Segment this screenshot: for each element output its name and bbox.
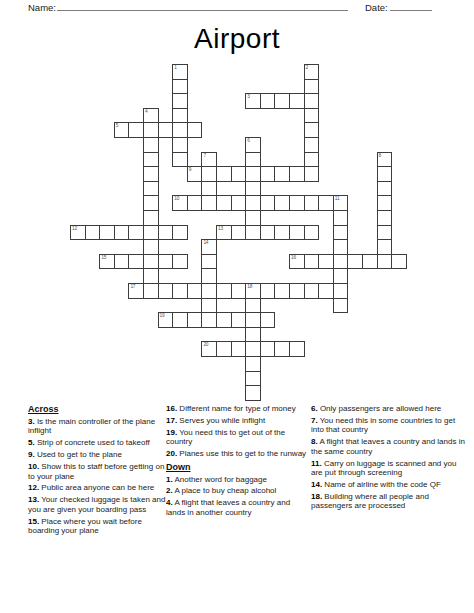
clue-across-10: 10. Show this to staff before getting on… — [28, 462, 166, 481]
grid-cell-r5c7[interactable] — [172, 137, 188, 153]
grid-cell-r16c9[interactable] — [201, 298, 217, 314]
grid-cell-r7c11[interactable] — [231, 166, 247, 182]
clue-number-14: 14 — [203, 240, 208, 245]
grid-cell-r4c6[interactable] — [158, 122, 174, 138]
grid-cell-r17c12[interactable] — [245, 312, 261, 328]
clue-down-6: 6. Only passengers are allowed here — [311, 404, 466, 413]
clues-column-3: 6. Only passengers are allowed here7. Yo… — [311, 404, 466, 513]
clue-down-14-number: 14. — [311, 480, 322, 489]
grid-cell-r8c5[interactable] — [143, 181, 159, 197]
clue-down-8: 8. A flight that leaves a country and la… — [311, 437, 466, 456]
clue-down-4-number: 4. — [166, 498, 173, 507]
grid-cell-r7c12[interactable] — [245, 166, 261, 182]
grid-cell-r14c5[interactable] — [143, 268, 159, 284]
clue-down-1-number: 1. — [166, 475, 173, 484]
grid-cell-r7c13[interactable] — [260, 166, 276, 182]
grid-cell-r19c9[interactable]: 20 — [201, 341, 217, 357]
grid-cell-r8c9[interactable] — [201, 181, 217, 197]
name-input-line[interactable] — [57, 1, 348, 11]
grid-cell-r11c16[interactable] — [304, 225, 320, 241]
grid-cell-r10c12[interactable] — [245, 210, 261, 226]
grid-cell-r11c7[interactable] — [172, 225, 188, 241]
clue-down-6-number: 6. — [311, 404, 318, 413]
grid-cell-r15c4[interactable]: 17 — [128, 283, 144, 299]
grid-cell-r11c14[interactable] — [274, 225, 290, 241]
clue-down-14: 14. Name of airline with the code QF — [311, 480, 466, 489]
grid-cell-r13c21[interactable] — [377, 254, 393, 270]
grid-cell-r7c5[interactable] — [143, 166, 159, 182]
grid-cell-r15c6[interactable] — [158, 283, 174, 299]
grid-cell-r9c9[interactable] — [201, 195, 217, 211]
grid-cell-r9c21[interactable] — [377, 195, 393, 211]
grid-cell-r16c18[interactable] — [333, 298, 349, 314]
grid-cell-r7c8[interactable]: 9 — [187, 166, 203, 182]
grid-cell-r7c16[interactable] — [304, 166, 320, 182]
grid-cell-r6c7[interactable] — [172, 152, 188, 168]
grid-cell-r13c6[interactable] — [158, 254, 174, 270]
clue-down-7-number: 7. — [311, 416, 318, 425]
clue-across-20-number: 20. — [166, 449, 177, 458]
grid-cell-r11c11[interactable] — [231, 225, 247, 241]
clue-number-16: 16 — [291, 255, 296, 260]
clue-number-12: 12 — [72, 226, 77, 231]
grid-cell-r11c6[interactable] — [158, 225, 174, 241]
clue-across-3: 3. Is the main controller of the plane i… — [28, 417, 166, 436]
grid-cell-r16c12[interactable] — [245, 298, 261, 314]
clue-across-15: 15. Place where you wait before boarding… — [28, 517, 166, 536]
date-label: Date: — [365, 2, 388, 13]
clue-number-18: 18 — [247, 284, 252, 289]
grid-cell-r12c9[interactable]: 14 — [201, 239, 217, 255]
clue-down-8-number: 8. — [311, 437, 318, 446]
grid-cell-r13c4[interactable] — [128, 254, 144, 270]
clue-down-2: 2. A place to buy cheap alcohol — [166, 486, 309, 495]
clue-across-5: 5. Strip of concrete used to takeoff — [28, 438, 166, 447]
clue-across-12: 12. Public area anyone can be here — [28, 483, 166, 492]
grid-cell-r3c7[interactable] — [172, 108, 188, 124]
grid-cell-r19c11[interactable] — [231, 341, 247, 357]
puzzle-title: Airport — [0, 25, 474, 53]
grid-cell-r19c14[interactable] — [274, 341, 290, 357]
grid-cell-r13c3[interactable] — [114, 254, 130, 270]
grid-cell-r19c13[interactable] — [260, 341, 276, 357]
grid-cell-r15c7[interactable] — [172, 283, 188, 299]
grid-cell-r17c10[interactable] — [216, 312, 232, 328]
grid-cell-r1c16[interactable] — [304, 79, 320, 95]
crossword-worksheet: Name: Date: Airport 12345678910111213141… — [0, 0, 474, 613]
grid-cell-r7c14[interactable] — [274, 166, 290, 182]
clue-number-20: 20 — [203, 342, 208, 347]
grid-cell-r6c12[interactable] — [245, 152, 261, 168]
grid-cell-r13c17[interactable] — [318, 254, 334, 270]
clue-number-19: 19 — [160, 313, 165, 318]
clue-across-3-number: 3. — [28, 417, 35, 426]
grid-cell-r2c12[interactable]: 3 — [245, 93, 261, 109]
grid-cell-r6c16[interactable] — [304, 152, 320, 168]
grid-cell-r4c7[interactable] — [172, 122, 188, 138]
grid-cell-r15c17[interactable] — [318, 283, 334, 299]
grid-cell-r2c13[interactable] — [260, 93, 276, 109]
grid-cell-r13c16[interactable] — [304, 254, 320, 270]
grid-cell-r7c10[interactable] — [216, 166, 232, 182]
clue-across-19: 19. You need this to get out of the coun… — [166, 428, 309, 447]
grid-cell-r15c5[interactable] — [143, 283, 159, 299]
grid-cell-r9c7[interactable]: 10 — [172, 195, 188, 211]
grid-cell-r5c5[interactable] — [143, 137, 159, 153]
grid-cell-r5c12[interactable]: 6 — [245, 137, 261, 153]
grid-cell-r14c9[interactable] — [201, 268, 217, 284]
date-input-line[interactable] — [390, 1, 432, 11]
clue-number-5: 5 — [116, 123, 118, 128]
grid-cell-r15c11[interactable] — [231, 283, 247, 299]
crossword-grid: 1234567891011121314151617181920 — [70, 64, 407, 401]
grid-cell-r13c5[interactable] — [143, 254, 159, 270]
grid-cell-r15c18[interactable] — [333, 283, 349, 299]
grid-cell-r9c13[interactable] — [260, 195, 276, 211]
clue-number-1: 1 — [174, 65, 176, 70]
grid-cell-r7c9[interactable] — [201, 166, 217, 182]
grid-cell-r6c9[interactable]: 7 — [201, 152, 217, 168]
grid-cell-r9c12[interactable] — [245, 195, 261, 211]
grid-cell-r14c18[interactable] — [333, 268, 349, 284]
clue-across-9: 9. Used to get to the plane — [28, 450, 166, 459]
grid-cell-r2c15[interactable] — [289, 93, 305, 109]
grid-cell-r15c15[interactable] — [289, 283, 305, 299]
grid-cell-r2c7[interactable] — [172, 93, 188, 109]
grid-cell-r6c5[interactable] — [143, 152, 159, 168]
grid-cell-r4c8[interactable] — [187, 122, 203, 138]
grid-cell-r11c10[interactable]: 13 — [216, 225, 232, 241]
grid-cell-r11c5[interactable] — [143, 225, 159, 241]
grid-cell-r15c10[interactable] — [216, 283, 232, 299]
clue-number-13: 13 — [218, 226, 223, 231]
grid-cell-r11c4[interactable] — [128, 225, 144, 241]
grid-cell-r9c18[interactable]: 11 — [333, 195, 349, 211]
grid-cell-r11c3[interactable] — [114, 225, 130, 241]
clue-across-13: 13. Your checked luggage is taken and yo… — [28, 495, 166, 514]
down-header: Down — [166, 462, 309, 472]
clue-across-13-number: 13. — [28, 495, 39, 504]
grid-cell-r17c8[interactable] — [187, 312, 203, 328]
grid-cell-r17c9[interactable] — [201, 312, 217, 328]
grid-cell-r12c21[interactable] — [377, 239, 393, 255]
clue-number-17: 17 — [130, 284, 135, 289]
grid-cell-r9c11[interactable] — [231, 195, 247, 211]
grid-cell-r21c12[interactable] — [245, 371, 261, 387]
grid-cell-r3c5[interactable]: 4 — [143, 108, 159, 124]
grid-cell-r13c19[interactable] — [347, 254, 363, 270]
grid-cell-r10c21[interactable] — [377, 210, 393, 226]
grid-cell-r13c20[interactable] — [362, 254, 378, 270]
grid-cell-r11c0[interactable]: 12 — [70, 225, 86, 241]
grid-cell-r11c18[interactable] — [333, 225, 349, 241]
grid-cell-r22c12[interactable] — [245, 385, 261, 401]
clue-across-16: 16. Different name for type of money — [166, 404, 309, 413]
clue-number-3: 3 — [247, 94, 249, 99]
grid-cell-r11c15[interactable] — [289, 225, 305, 241]
grid-cell-r4c3[interactable]: 5 — [114, 122, 130, 138]
grid-cell-r19c10[interactable] — [216, 341, 232, 357]
clues-column-1: Across3. Is the main controller of the p… — [28, 404, 166, 538]
grid-cell-r2c16[interactable] — [304, 93, 320, 109]
grid-cell-r19c15[interactable] — [289, 341, 305, 357]
clue-across-16-number: 16. — [166, 404, 177, 413]
grid-cell-r12c18[interactable] — [333, 239, 349, 255]
grid-cell-r4c4[interactable] — [128, 122, 144, 138]
clue-number-2: 2 — [306, 65, 308, 70]
grid-cell-r13c18[interactable] — [333, 254, 349, 270]
clues-column-2: 16. Different name for type of money17. … — [166, 404, 309, 520]
clue-number-15: 15 — [101, 255, 106, 260]
grid-cell-r15c16[interactable] — [304, 283, 320, 299]
grid-cell-r11c12[interactable] — [245, 225, 261, 241]
grid-cell-r17c7[interactable] — [172, 312, 188, 328]
clue-number-8: 8 — [379, 153, 381, 158]
grid-cell-r17c6[interactable]: 19 — [158, 312, 174, 328]
grid-cell-r11c1[interactable] — [85, 225, 101, 241]
clue-down-11: 11. Carry on luggage is scanned and you … — [311, 459, 466, 478]
grid-cell-r18c12[interactable] — [245, 327, 261, 343]
clue-number-7: 7 — [203, 153, 205, 158]
clue-down-18: 18. Building where all people and passen… — [311, 492, 466, 511]
grid-cell-r15c9[interactable] — [201, 283, 217, 299]
grid-cell-r11c13[interactable] — [260, 225, 276, 241]
grid-cell-r11c2[interactable] — [99, 225, 115, 241]
grid-cell-r9c15[interactable] — [289, 195, 305, 211]
name-label: Name: — [28, 2, 56, 13]
grid-cell-r9c17[interactable] — [318, 195, 334, 211]
grid-cell-r11c21[interactable] — [377, 225, 393, 241]
grid-cell-r15c13[interactable] — [260, 283, 276, 299]
grid-cell-r4c5[interactable] — [143, 122, 159, 138]
grid-cell-r17c13[interactable] — [260, 312, 276, 328]
grid-cell-r7c21[interactable] — [377, 166, 393, 182]
grid-cell-r9c5[interactable] — [143, 195, 159, 211]
grid-cell-r9c8[interactable] — [187, 195, 203, 211]
clue-across-12-number: 12. — [28, 483, 39, 492]
grid-cell-r15c12[interactable]: 18 — [245, 283, 261, 299]
clue-across-19-number: 19. — [166, 428, 177, 437]
grid-cell-r15c14[interactable] — [274, 283, 290, 299]
grid-cell-r8c12[interactable] — [245, 181, 261, 197]
grid-cell-r12c5[interactable] — [143, 239, 159, 255]
grid-cell-r10c5[interactable] — [143, 210, 159, 226]
clue-down-2-number: 2. — [166, 486, 173, 495]
clue-across-5-number: 5. — [28, 438, 35, 447]
clue-down-11-number: 11. — [311, 459, 322, 468]
grid-cell-r13c2[interactable]: 15 — [99, 254, 115, 270]
grid-cell-r15c8[interactable] — [187, 283, 203, 299]
grid-cell-r13c22[interactable] — [391, 254, 407, 270]
clue-down-18-number: 18. — [311, 492, 322, 501]
grid-cell-r5c16[interactable] — [304, 137, 320, 153]
clue-across-20: 20. Planes use this to get to the runway — [166, 449, 309, 458]
grid-cell-r20c12[interactable] — [245, 356, 261, 372]
grid-cell-r0c16[interactable]: 2 — [304, 64, 320, 80]
grid-cell-r19c12[interactable] — [245, 341, 261, 357]
grid-cell-r7c15[interactable] — [289, 166, 305, 182]
clue-across-17-number: 17. — [166, 416, 177, 425]
grid-cell-r2c14[interactable] — [274, 93, 290, 109]
grid-cell-r10c18[interactable] — [333, 210, 349, 226]
clue-across-9-number: 9. — [28, 450, 35, 459]
clue-number-6: 6 — [247, 138, 249, 143]
grid-cell-r9c16[interactable] — [304, 195, 320, 211]
clue-down-7: 7. You need this in some countries to ge… — [311, 416, 466, 435]
clue-number-10: 10 — [174, 196, 179, 201]
clue-across-10-number: 10. — [28, 462, 39, 471]
clue-number-11: 11 — [335, 196, 340, 201]
grid-cell-r1c7[interactable] — [172, 79, 188, 95]
grid-cell-r13c15[interactable]: 16 — [289, 254, 305, 270]
clue-down-1: 1. Another word for baggage — [166, 475, 309, 484]
grid-cell-r6c21[interactable]: 8 — [377, 152, 393, 168]
grid-cell-r0c7[interactable]: 1 — [172, 64, 188, 80]
grid-cell-r13c7[interactable] — [172, 254, 188, 270]
grid-cell-r9c10[interactable] — [216, 195, 232, 211]
grid-cell-r9c14[interactable] — [274, 195, 290, 211]
grid-cell-r17c11[interactable] — [231, 312, 247, 328]
grid-cell-r4c16[interactable] — [304, 122, 320, 138]
clue-down-4: 4. A flight that leaves a country and la… — [166, 498, 309, 517]
clue-across-17: 17. Serves you while inflight — [166, 416, 309, 425]
clue-across-15-number: 15. — [28, 517, 39, 526]
grid-cell-r3c16[interactable] — [304, 108, 320, 124]
across-header: Across — [28, 404, 166, 414]
clue-number-4: 4 — [145, 109, 147, 114]
grid-cell-r8c21[interactable] — [377, 181, 393, 197]
grid-cell-r13c9[interactable] — [201, 254, 217, 270]
clue-number-9: 9 — [189, 167, 191, 172]
